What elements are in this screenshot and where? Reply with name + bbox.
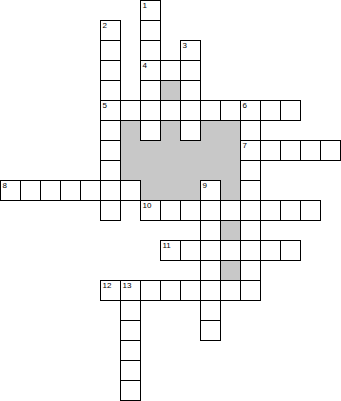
answer-cell-c10-r13[interactable]: [200, 260, 221, 281]
answer-cell-c14-r10[interactable]: [280, 200, 301, 221]
answer-cell-c13-r7[interactable]: [260, 140, 281, 161]
answer-cell-c10-r14[interactable]: [200, 280, 221, 301]
clue-number-13: 13: [123, 281, 132, 290]
answer-cell-c9-r6[interactable]: [180, 120, 201, 141]
shaded-cell-c10-r8: [200, 160, 221, 181]
answer-cell-c9-r5[interactable]: [180, 100, 201, 121]
answer-cell-c6-r5[interactable]: [120, 100, 141, 121]
shaded-cell-c9-r8: [180, 160, 201, 181]
shaded-cell-c7-r8: [140, 160, 161, 181]
answer-cell-c12-r8[interactable]: [240, 160, 261, 181]
answer-cell-c5-r8[interactable]: [100, 160, 121, 181]
answer-cell-c15-r10[interactable]: [300, 200, 321, 221]
answer-cell-c5-r1[interactable]: 2: [100, 20, 121, 41]
answer-cell-c5-r2[interactable]: [100, 40, 121, 61]
shaded-cell-c8-r7: [160, 140, 181, 161]
clue-number-10: 10: [143, 201, 152, 210]
answer-cell-c1-r9[interactable]: [20, 180, 41, 201]
answer-cell-c10-r9[interactable]: 9: [200, 180, 221, 201]
answer-cell-c9-r14[interactable]: [180, 280, 201, 301]
answer-cell-c10-r12[interactable]: [200, 240, 221, 261]
answer-cell-c9-r2[interactable]: 3: [180, 40, 201, 61]
shaded-cell-c8-r4: [160, 80, 181, 101]
answer-cell-c9-r10[interactable]: [180, 200, 201, 221]
answer-cell-c12-r10[interactable]: [240, 200, 261, 221]
answer-cell-c8-r5[interactable]: [160, 100, 181, 121]
answer-cell-c12-r5[interactable]: 6: [240, 100, 261, 121]
answer-cell-c4-r9[interactable]: [80, 180, 101, 201]
answer-cell-c5-r9[interactable]: [100, 180, 121, 201]
answer-cell-c7-r0[interactable]: 1: [140, 0, 161, 21]
answer-cell-c11-r14[interactable]: [220, 280, 241, 301]
answer-cell-c7-r10[interactable]: 10: [140, 200, 161, 221]
clue-number-6: 6: [243, 101, 247, 110]
answer-cell-c0-r9[interactable]: 8: [0, 180, 21, 201]
answer-cell-c14-r5[interactable]: [280, 100, 301, 121]
shaded-cell-c11-r11: [220, 220, 241, 241]
answer-cell-c8-r12[interactable]: 11: [160, 240, 181, 261]
answer-cell-c13-r5[interactable]: [260, 100, 281, 121]
answer-cell-c10-r15[interactable]: [200, 300, 221, 321]
shaded-cell-c8-r9: [160, 180, 181, 201]
shaded-cell-c8-r8: [160, 160, 181, 181]
answer-cell-c10-r11[interactable]: [200, 220, 221, 241]
clue-number-11: 11: [163, 241, 171, 250]
shaded-cell-c11-r13: [220, 260, 241, 281]
answer-cell-c12-r7[interactable]: 7: [240, 140, 261, 161]
clue-number-1: 1: [143, 1, 147, 10]
shaded-cell-c11-r8: [220, 160, 241, 181]
answer-cell-c7-r6[interactable]: [140, 120, 161, 141]
answer-cell-c12-r6[interactable]: [240, 120, 261, 141]
shaded-cell-c10-r6: [200, 120, 221, 141]
shaded-cell-c10-r7: [200, 140, 221, 161]
answer-cell-c11-r5[interactable]: [220, 100, 241, 121]
answer-cell-c12-r14[interactable]: [240, 280, 261, 301]
answer-cell-c7-r3[interactable]: 4: [140, 60, 161, 81]
answer-cell-c12-r12[interactable]: [240, 240, 261, 261]
shaded-cell-c11-r7: [220, 140, 241, 161]
answer-cell-c12-r11[interactable]: [240, 220, 261, 241]
answer-cell-c5-r10[interactable]: [100, 200, 121, 221]
answer-cell-c13-r10[interactable]: [260, 200, 281, 221]
answer-cell-c5-r6[interactable]: [100, 120, 121, 141]
shaded-cell-c7-r9: [140, 180, 161, 201]
answer-cell-c6-r18[interactable]: [120, 360, 141, 381]
answer-cell-c16-r7[interactable]: [320, 140, 341, 161]
answer-cell-c13-r12[interactable]: [260, 240, 281, 261]
answer-cell-c5-r4[interactable]: [100, 80, 121, 101]
clue-number-2: 2: [103, 21, 107, 30]
clue-number-12: 12: [103, 281, 112, 290]
answer-cell-c10-r10[interactable]: [200, 200, 221, 221]
answer-cell-c8-r10[interactable]: [160, 200, 181, 221]
answer-cell-c7-r5[interactable]: [140, 100, 161, 121]
answer-cell-c12-r13[interactable]: [240, 260, 261, 281]
answer-cell-c6-r15[interactable]: [120, 300, 141, 321]
shaded-cell-c6-r7: [120, 140, 141, 161]
answer-cell-c5-r14[interactable]: 12: [100, 280, 121, 301]
shaded-cell-c11-r9: [220, 180, 241, 201]
answer-cell-c7-r1[interactable]: [140, 20, 161, 41]
shaded-cell-c6-r6: [120, 120, 141, 141]
shaded-cell-c9-r9: [180, 180, 201, 201]
answer-cell-c5-r5[interactable]: 5: [100, 100, 121, 121]
clue-number-4: 4: [143, 61, 147, 70]
answer-cell-c2-r9[interactable]: [40, 180, 61, 201]
answer-cell-c7-r4[interactable]: [140, 80, 161, 101]
answer-cell-c5-r3[interactable]: [100, 60, 121, 81]
answer-cell-c3-r9[interactable]: [60, 180, 81, 201]
answer-cell-c7-r14[interactable]: [140, 280, 161, 301]
answer-cell-c6-r19[interactable]: [120, 380, 141, 401]
answer-cell-c14-r12[interactable]: [280, 240, 301, 261]
answer-cell-c6-r9[interactable]: [120, 180, 141, 201]
shaded-cell-c9-r7: [180, 140, 201, 161]
clue-number-7: 7: [243, 141, 247, 150]
answer-cell-c6-r14[interactable]: 13: [120, 280, 141, 301]
answer-cell-c7-r2[interactable]: [140, 40, 161, 61]
answer-cell-c9-r12[interactable]: [180, 240, 201, 261]
answer-cell-c8-r3[interactable]: [160, 60, 181, 81]
crossword-board: 12345678910111213: [0, 0, 341, 401]
answer-cell-c11-r12[interactable]: [220, 240, 241, 261]
answer-cell-c5-r7[interactable]: [100, 140, 121, 161]
answer-cell-c12-r9[interactable]: [240, 180, 261, 201]
clue-number-5: 5: [103, 101, 107, 110]
clue-number-8: 8: [3, 181, 7, 190]
shaded-cell-c6-r8: [120, 160, 141, 181]
clue-number-3: 3: [183, 41, 187, 50]
answer-cell-c6-r16[interactable]: [120, 320, 141, 341]
answer-cell-c14-r7[interactable]: [280, 140, 301, 161]
clue-number-9: 9: [203, 181, 207, 190]
answer-cell-c15-r7[interactable]: [300, 140, 321, 161]
crossword-puzzle-page: 12345678910111213: [0, 0, 341, 401]
shaded-cell-c8-r6: [160, 120, 181, 141]
answer-cell-c9-r3[interactable]: [180, 60, 201, 81]
answer-cell-c10-r5[interactable]: [200, 100, 221, 121]
answer-cell-c10-r16[interactable]: [200, 320, 221, 341]
shaded-cell-c11-r6: [220, 120, 241, 141]
answer-cell-c8-r14[interactable]: [160, 280, 181, 301]
answer-cell-c11-r10[interactable]: [220, 200, 241, 221]
answer-cell-c6-r17[interactable]: [120, 340, 141, 361]
shaded-cell-c7-r7: [140, 140, 161, 161]
answer-cell-c9-r4[interactable]: [180, 80, 201, 101]
